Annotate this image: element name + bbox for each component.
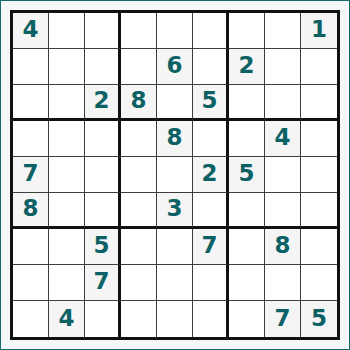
- given-number: 2: [201, 162, 217, 185]
- cell-r2c3[interactable]: [85, 49, 121, 85]
- cell-r5c5[interactable]: [157, 157, 193, 193]
- cell-r2c1[interactable]: [13, 49, 49, 85]
- cell-r9c2[interactable]: 4: [49, 301, 85, 337]
- cell-r5c6[interactable]: 2: [193, 157, 229, 193]
- given-number: 3: [166, 197, 182, 220]
- cell-r9c9[interactable]: 5: [301, 301, 337, 337]
- sudoku-board: 416228584725835787475: [10, 10, 340, 340]
- cell-r6c7[interactable]: [229, 193, 265, 229]
- cell-r8c2[interactable]: [49, 265, 85, 301]
- cell-r2c6[interactable]: [193, 49, 229, 85]
- cell-r3c1[interactable]: [13, 85, 49, 121]
- given-number: 7: [22, 162, 38, 185]
- cell-r3c9[interactable]: [301, 85, 337, 121]
- cell-r4c1[interactable]: [13, 121, 49, 157]
- given-number: 8: [166, 126, 182, 149]
- cell-r8c4[interactable]: [121, 265, 157, 301]
- cell-r8c8[interactable]: [265, 265, 301, 301]
- cell-r7c7[interactable]: [229, 229, 265, 265]
- cell-r4c3[interactable]: [85, 121, 121, 157]
- cell-r9c7[interactable]: [229, 301, 265, 337]
- given-number: 6: [166, 54, 182, 77]
- given-number: 4: [22, 18, 38, 41]
- cell-r6c2[interactable]: [49, 193, 85, 229]
- cell-r8c3[interactable]: 7: [85, 265, 121, 301]
- given-number: 7: [201, 234, 217, 257]
- cell-r4c9[interactable]: [301, 121, 337, 157]
- cell-r2c7[interactable]: 2: [229, 49, 265, 85]
- cell-r5c9[interactable]: [301, 157, 337, 193]
- cell-r7c6[interactable]: 7: [193, 229, 229, 265]
- given-number: 1: [311, 18, 327, 41]
- cell-r7c2[interactable]: [49, 229, 85, 265]
- cell-r5c2[interactable]: [49, 157, 85, 193]
- given-number: 2: [238, 54, 254, 77]
- cell-r1c3[interactable]: [85, 13, 121, 49]
- cell-r4c5[interactable]: 8: [157, 121, 193, 157]
- cell-r8c5[interactable]: [157, 265, 193, 301]
- given-number: 8: [274, 234, 290, 257]
- cell-r1c1[interactable]: 4: [13, 13, 49, 49]
- cell-r5c4[interactable]: [121, 157, 157, 193]
- given-number: 2: [93, 89, 109, 112]
- given-number: 5: [311, 307, 327, 330]
- cell-r6c4[interactable]: [121, 193, 157, 229]
- cell-r7c5[interactable]: [157, 229, 193, 265]
- cell-r7c8[interactable]: 8: [265, 229, 301, 265]
- cell-r8c9[interactable]: [301, 265, 337, 301]
- cell-r4c7[interactable]: [229, 121, 265, 157]
- cell-r7c1[interactable]: [13, 229, 49, 265]
- cell-r2c9[interactable]: [301, 49, 337, 85]
- cell-r4c8[interactable]: 4: [265, 121, 301, 157]
- cell-r5c7[interactable]: 5: [229, 157, 265, 193]
- cell-r6c5[interactable]: 3: [157, 193, 193, 229]
- cell-r9c8[interactable]: 7: [265, 301, 301, 337]
- cell-r4c2[interactable]: [49, 121, 85, 157]
- cell-r9c4[interactable]: [121, 301, 157, 337]
- cell-r9c6[interactable]: [193, 301, 229, 337]
- given-number: 4: [274, 126, 290, 149]
- cell-r1c8[interactable]: [265, 13, 301, 49]
- cell-r5c3[interactable]: [85, 157, 121, 193]
- cell-r9c1[interactable]: [13, 301, 49, 337]
- cell-r2c5[interactable]: 6: [157, 49, 193, 85]
- given-number: 7: [274, 307, 290, 330]
- cell-r6c3[interactable]: [85, 193, 121, 229]
- cell-r3c2[interactable]: [49, 85, 85, 121]
- cell-r8c7[interactable]: [229, 265, 265, 301]
- given-number: 5: [201, 89, 217, 112]
- cell-r3c6[interactable]: 5: [193, 85, 229, 121]
- cell-r6c1[interactable]: 8: [13, 193, 49, 229]
- cell-r4c4[interactable]: [121, 121, 157, 157]
- cell-r6c6[interactable]: [193, 193, 229, 229]
- cell-r3c7[interactable]: [229, 85, 265, 121]
- cell-r2c2[interactable]: [49, 49, 85, 85]
- cell-r5c1[interactable]: 7: [13, 157, 49, 193]
- cell-r9c3[interactable]: [85, 301, 121, 337]
- cell-r1c9[interactable]: 1: [301, 13, 337, 49]
- cell-r3c5[interactable]: [157, 85, 193, 121]
- cell-r5c8[interactable]: [265, 157, 301, 193]
- given-number: 7: [93, 270, 109, 293]
- given-number: 4: [58, 307, 74, 330]
- given-number: 8: [22, 197, 38, 220]
- given-number: 8: [130, 89, 146, 112]
- cell-r7c3[interactable]: 5: [85, 229, 121, 265]
- cell-r1c6[interactable]: [193, 13, 229, 49]
- given-number: 5: [93, 234, 109, 257]
- cell-r7c4[interactable]: [121, 229, 157, 265]
- cell-r8c6[interactable]: [193, 265, 229, 301]
- cell-r1c4[interactable]: [121, 13, 157, 49]
- cell-r8c1[interactable]: [13, 265, 49, 301]
- cell-r7c9[interactable]: [301, 229, 337, 265]
- cell-r3c8[interactable]: [265, 85, 301, 121]
- cell-r4c6[interactable]: [193, 121, 229, 157]
- cell-r1c2[interactable]: [49, 13, 85, 49]
- cell-r2c8[interactable]: [265, 49, 301, 85]
- cell-r6c8[interactable]: [265, 193, 301, 229]
- sudoku-page: 416228584725835787475: [0, 0, 350, 350]
- cell-r6c9[interactable]: [301, 193, 337, 229]
- cell-r1c5[interactable]: [157, 13, 193, 49]
- cell-r1c7[interactable]: [229, 13, 265, 49]
- cell-r9c5[interactable]: [157, 301, 193, 337]
- cell-r3c4[interactable]: 8: [121, 85, 157, 121]
- cell-r3c3[interactable]: 2: [85, 85, 121, 121]
- given-number: 5: [238, 162, 254, 185]
- cell-r2c4[interactable]: [121, 49, 157, 85]
